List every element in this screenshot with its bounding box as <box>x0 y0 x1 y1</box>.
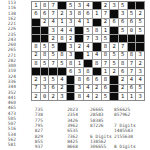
grid-cell: 4 <box>84 93 92 100</box>
grid-cell-black <box>136 43 144 50</box>
grid-cell: 5 <box>49 76 57 83</box>
grid-cell-black <box>110 27 118 34</box>
grid-cell: 1 <box>119 93 127 100</box>
grid-cell: 7 <box>102 60 110 67</box>
grid-cell: 3 <box>75 2 83 9</box>
grid-cell: 1 <box>75 60 83 67</box>
grid-cell: 3 <box>93 35 101 42</box>
grid-cell: 3 <box>136 52 144 59</box>
grid-cell-black <box>58 43 66 50</box>
grid-cell: 4 <box>58 76 66 83</box>
grid-cell-black <box>110 93 118 100</box>
grid-cell: 2 <box>93 85 101 92</box>
fill-in-puzzle-page: { "game": "number fill-in puzzle (fill-i… <box>0 0 150 150</box>
grid-cell: 5 <box>49 43 57 50</box>
grid-cell: 0 <box>128 27 136 34</box>
grid-cell-black <box>75 27 83 34</box>
bottom-list-entry: 827 <box>33 128 43 133</box>
grid-cell-black <box>41 68 49 75</box>
grid-cell: 4 <box>136 76 144 83</box>
grid-cell: 2 <box>41 19 49 26</box>
grid-cell: 5 <box>110 60 118 67</box>
grid-cell: 5 <box>49 52 57 59</box>
grid-cell: 5 <box>84 27 92 34</box>
grid-cell: 2 <box>58 85 66 92</box>
grid-cell: 7 <box>84 35 92 42</box>
grid-cell: 3 <box>67 52 75 59</box>
grid-cell: 6 <box>119 19 127 26</box>
grid-cell: 6 <box>84 76 92 83</box>
grid-cell-black <box>128 2 136 9</box>
grid-cell: 5 <box>41 60 49 67</box>
grid-cell: 8 <box>84 68 92 75</box>
grid-cell: 2 <box>102 2 110 9</box>
grid-cell: 2 <box>49 35 57 42</box>
grid-cell: 4 <box>75 19 83 26</box>
grid-cell: 5 <box>136 85 144 92</box>
grid-cell-black <box>136 35 144 42</box>
grid-cell-black <box>41 35 49 42</box>
grid-cell-black <box>128 43 136 50</box>
grid-cell: 5 <box>119 52 127 59</box>
grid-cell-black <box>110 76 118 83</box>
grid-cell: 5 <box>41 43 49 50</box>
grid-cell-black <box>41 27 49 34</box>
grid-cell: 2 <box>110 68 118 75</box>
digit-count-label: 8 Digits <box>114 144 140 149</box>
bottom-list-entry: 8668 <box>64 144 78 149</box>
grid-cell: 4 <box>67 27 75 34</box>
grid-cell-black <box>49 68 57 75</box>
grid-cell: 6 <box>84 10 92 17</box>
grid-cell: 7 <box>102 10 110 17</box>
grid-cell: 7 <box>49 2 57 9</box>
grid-cell-black <box>67 76 75 83</box>
grid-cell: 3 <box>119 10 127 17</box>
bottom-list-5-and-6-digit: 26665285835838587226 6 Digits13856230665… <box>90 107 107 150</box>
grid-cell-black <box>75 52 83 59</box>
grid-cell-black <box>58 68 66 75</box>
grid-cell-black <box>75 35 83 42</box>
grid-cell: 5 <box>119 27 127 34</box>
grid-cell: 4 <box>84 85 92 92</box>
grid-cell: 3 <box>41 76 49 83</box>
grid-cell: 5 <box>128 10 136 17</box>
grid-cell: 8 <box>32 60 40 67</box>
grid-cell: 3 <box>136 93 144 100</box>
grid-cell: 2 <box>110 43 118 50</box>
grid-cell: 8 <box>41 52 49 59</box>
grid-cell: 1 <box>84 19 92 26</box>
grid-cell-black <box>93 19 101 26</box>
grid-cell: 3 <box>58 93 66 100</box>
grid-cell: 6 <box>32 10 40 17</box>
grid-cell: 5 <box>58 60 66 67</box>
grid-cell: 8 <box>58 52 66 59</box>
grid-cell: 6 <box>102 85 110 92</box>
grid-cell: 6 <box>67 68 75 75</box>
grid-cell: 3 <box>110 2 118 9</box>
grid-cell: 2 <box>75 43 83 50</box>
grid-cell: 4 <box>93 52 101 59</box>
grid-cell: 4 <box>58 27 66 34</box>
grid-cell: 4 <box>49 19 57 26</box>
grid-cell: 3 <box>67 19 75 26</box>
grid-cell: 7 <box>119 43 127 50</box>
grid-cell: 8 <box>93 60 101 67</box>
grid-cell: 7 <box>32 85 40 92</box>
grid-cell: 7 <box>49 10 57 17</box>
grid-cell-black <box>128 35 136 42</box>
grid-cell-black <box>119 35 127 42</box>
grid-cell: 8 <box>67 60 75 67</box>
grid-cell: 8 <box>58 35 66 42</box>
grid-cell: 8 <box>128 52 136 59</box>
grid-cell: 4 <box>128 76 136 83</box>
grid-cell: 3 <box>75 68 83 75</box>
grid-cell: 3 <box>41 85 49 92</box>
grid-cell: 5 <box>67 2 75 9</box>
grid-cell-black <box>93 68 101 75</box>
grid-cell: 1 <box>58 19 66 26</box>
grid-cell-black <box>110 35 118 42</box>
bottom-list-entry: 738 <box>33 112 43 117</box>
grid-cell-black <box>67 85 75 92</box>
bottom-list-6-7-8-digit: 856625857962 7 Digits14855832155638 8 Di… <box>114 107 140 150</box>
grid-cell: 5 <box>102 93 110 100</box>
grid-cell: 2 <box>119 85 127 92</box>
bottom-list-entry: 306655 <box>90 144 107 149</box>
grid-cell: 7 <box>128 68 136 75</box>
grid-cell-black <box>32 35 40 42</box>
grid-cell: 8 <box>75 93 83 100</box>
grid-cell: 1 <box>32 2 40 9</box>
grid-cell: 2 <box>93 93 101 100</box>
grid-cell: 7 <box>128 60 136 67</box>
grid-cell-black <box>32 19 40 26</box>
grid-cell: 8 <box>41 2 49 9</box>
grid-cell: 2 <box>32 76 40 83</box>
grid-cell: 2 <box>58 10 66 17</box>
grid-cell: 4 <box>84 43 92 50</box>
grid-cell: 1 <box>102 27 110 34</box>
grid-cell: 2 <box>102 19 110 26</box>
grid-cell: 1 <box>102 68 110 75</box>
grid-cell-black <box>67 93 75 100</box>
grid-cell: 6 <box>41 10 49 17</box>
grid-cell: 6 <box>110 19 118 26</box>
grid-cell: 2 <box>49 93 57 100</box>
grid-cell: 2 <box>67 35 75 42</box>
grid-cell: 2 <box>119 76 127 83</box>
grid-cell: 4 <box>84 2 92 9</box>
left-list-entry: 581 <box>2 142 16 147</box>
grid-cell: 1 <box>84 52 92 59</box>
grid-cell-black <box>32 27 40 34</box>
grid-cell: 5 <box>110 52 118 59</box>
grid-cell: 8 <box>93 27 101 34</box>
bottom-list-entry: 937 <box>33 144 43 149</box>
grid-cell: 2 <box>136 60 144 67</box>
grid-cell-black <box>93 2 101 9</box>
grid-cell: 8 <box>119 60 127 67</box>
grid-cell: 6 <box>128 85 136 92</box>
grid-cell-black <box>58 2 66 9</box>
grid-cell-black <box>110 85 118 92</box>
grid-cell: 3 <box>75 85 83 92</box>
grid-cell: 0 <box>41 93 49 100</box>
grid-cell: 6 <box>49 85 57 92</box>
grid-cell: 8 <box>75 10 83 17</box>
grid-cell-black <box>136 2 144 9</box>
bottom-list-3-digit: 735738775795827829855937 <box>33 107 43 150</box>
bottom-list-4-digit: 20232354342639626535736284258668 <box>64 107 78 150</box>
grid-cell: 5 <box>136 19 144 26</box>
grid-cell-black <box>84 60 92 67</box>
grid-cell: 5 <box>102 35 110 42</box>
grid-cell-black <box>32 68 40 75</box>
grid-cell: 6 <box>93 76 101 83</box>
grid-cell: 5 <box>136 27 144 34</box>
left-number-list-3-digit: 1131161381622212262352432602652712823003… <box>2 0 16 147</box>
grid-cell: 8 <box>102 52 110 59</box>
grid-cell: 6 <box>119 68 127 75</box>
fill-in-grid: 1875342356672386173522413412666534458150… <box>31 1 145 101</box>
grid-cell: 1 <box>128 93 136 100</box>
grid-cell: 1 <box>93 10 101 17</box>
grid-cell: 3 <box>136 68 144 75</box>
grid-cell: 2 <box>32 93 40 100</box>
grid-cell: 6 <box>128 19 136 26</box>
grid-cell: 3 <box>67 43 75 50</box>
grid-cell: 8 <box>75 76 83 83</box>
grid-cell: 2 <box>32 52 40 59</box>
grid-cell: 5 <box>119 2 127 9</box>
grid-cell: 8 <box>102 43 110 50</box>
grid-cell-black <box>110 10 118 17</box>
grid-cell: 8 <box>102 76 110 83</box>
grid-cell-black <box>93 43 101 50</box>
grid-cell: 8 <box>32 43 40 50</box>
grid-cell: 7 <box>49 60 57 67</box>
grid-cell: 3 <box>49 27 57 34</box>
grid-cell: 3 <box>67 10 75 17</box>
grid-cell: 2 <box>136 10 144 17</box>
